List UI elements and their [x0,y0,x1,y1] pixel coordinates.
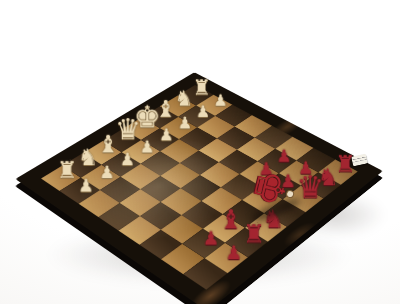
red-rook: ♜⚑ [243,222,265,247]
photo-canvas: ♜⚑♞♝♛♚♝♞♜⚑♟♟♟♟♟♟♟♟♟♟♟♝♝♟♟♟♜⚑♞♛♞♜⚑ ♚ [0,0,400,304]
rook-flag-icon: ⚑ [68,149,80,162]
scene: ♜⚑♞♝♛♚♝♞♜⚑♟♟♟♟♟♟♟♟♟♟♟♝♝♟♟♟♜⚑♞♛♞♜⚑ [0,0,400,304]
white-pawn: ♟ [120,151,135,168]
rook-flag-icon: ⚑ [346,143,358,156]
white-pawn: ♟ [99,164,114,181]
fallen-king-glyph: ♚ [243,165,296,211]
rook-flag-icon: ⚑ [202,69,213,80]
red-queen: ♛ [297,172,325,203]
white-knight: ♞ [175,88,194,109]
red-pawn: ♟ [203,229,220,247]
white-knight: ♞ [78,146,98,169]
square-r0-c0: ♜⚑ [41,166,81,191]
white-rook: ♜⚑ [57,159,78,182]
white-pawn: ♟ [140,139,155,156]
red-bishop: ♝ [219,206,243,233]
white-pawn: ♟ [78,177,94,194]
white-pawn: ♟ [178,115,192,131]
white-pawn: ♟ [196,104,210,120]
white-pawn: ♟ [159,127,174,143]
red-pawn: ♟ [225,244,242,263]
white-bishop: ♝ [97,132,119,156]
chess-board: ♜⚑♞♝♛♚♝♞♜⚑♟♟♟♟♟♟♟♟♟♟♟♝♝♟♟♟♜⚑♞♛♞♜⚑ [15,72,382,304]
white-rook: ♜⚑ [192,77,211,98]
board-grid: ♜⚑♞♝♛♚♝♞♜⚑♟♟♟♟♟♟♟♟♟♟♟♝♝♟♟♟♜⚑♞♛♞♜⚑ [41,85,358,290]
white-pawn: ♟ [213,93,227,109]
red-pawn: ♟ [276,148,291,165]
